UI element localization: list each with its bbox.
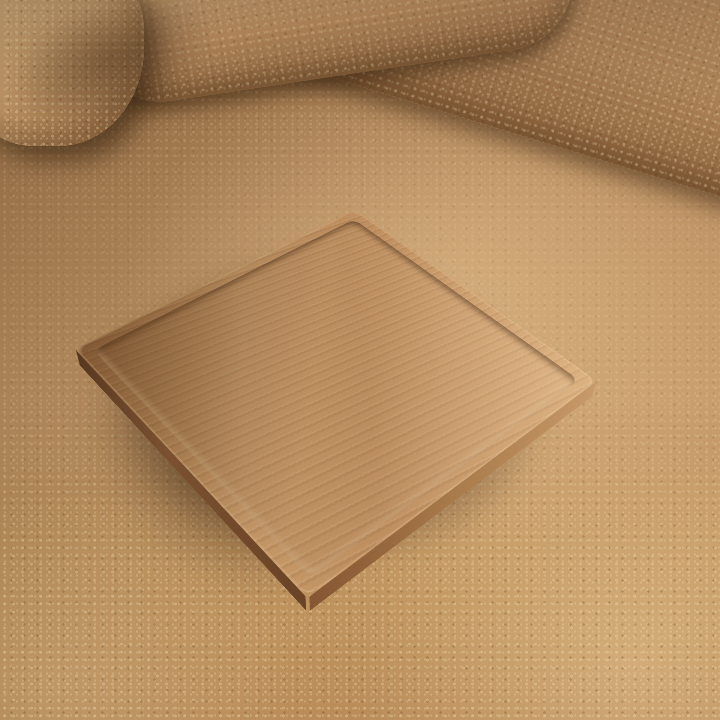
sofa-scene	[0, 0, 720, 720]
